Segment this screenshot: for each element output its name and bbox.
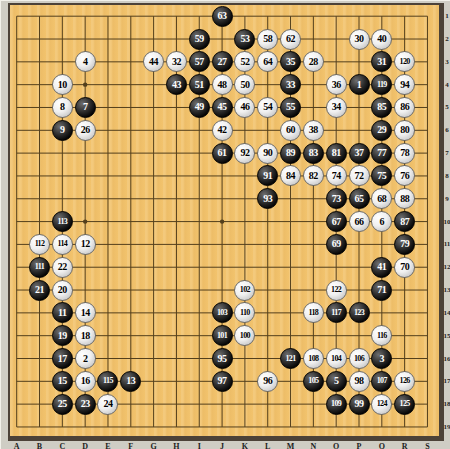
move-number: 40 (377, 34, 386, 44)
move-number: 86 (400, 102, 409, 112)
move-number: 95 (218, 353, 227, 363)
stone-74-white[interactable]: 74 (326, 165, 347, 186)
stone-80-white[interactable]: 80 (394, 120, 415, 141)
row-label-7: 7 (442, 149, 450, 157)
move-number: 114 (57, 240, 67, 248)
move-number: 108 (308, 354, 318, 362)
column-label-P: P (349, 442, 369, 449)
move-number: 35 (286, 56, 295, 66)
stone-70-white[interactable]: 70 (394, 257, 415, 278)
move-number: 72 (355, 170, 364, 180)
move-number: 126 (400, 377, 410, 385)
move-number: 42 (218, 125, 227, 135)
stone-29-black[interactable]: 29 (371, 120, 392, 141)
stone-62-white[interactable]: 62 (280, 29, 301, 50)
stone-19-black[interactable]: 19 (52, 325, 73, 346)
go-game-diagram: 1234567891011121314151617181920212223242… (0, 0, 450, 449)
move-number: 101 (217, 331, 227, 339)
column-label-D: D (75, 442, 95, 449)
column-label-H: H (166, 442, 186, 449)
column-label-I: I (189, 442, 209, 449)
move-number: 37 (355, 148, 364, 158)
move-number: 96 (263, 376, 272, 386)
move-number: 78 (400, 148, 409, 158)
move-number: 51 (195, 79, 204, 89)
move-number: 119 (377, 80, 387, 88)
stone-112-white[interactable]: 112 (29, 234, 50, 255)
row-label-18: 18 (442, 400, 450, 408)
row-label-8: 8 (442, 172, 450, 180)
stone-105-black[interactable]: 105 (303, 371, 324, 392)
move-number: 3 (380, 353, 385, 363)
stone-126-white[interactable]: 126 (394, 371, 415, 392)
move-number: 20 (58, 285, 67, 295)
move-number: 57 (195, 56, 204, 66)
stone-55-black[interactable]: 55 (280, 97, 301, 118)
move-number: 28 (309, 56, 318, 66)
stone-99-black[interactable]: 99 (349, 394, 370, 415)
move-number: 124 (377, 400, 387, 408)
stone-38-white[interactable]: 38 (303, 120, 324, 141)
move-number: 62 (286, 34, 295, 44)
move-number: 43 (172, 79, 181, 89)
row-label-13: 13 (442, 286, 450, 294)
move-number: 120 (400, 57, 410, 65)
stone-25-black[interactable]: 25 (52, 394, 73, 415)
stone-20-white[interactable]: 20 (52, 280, 73, 301)
stone-17-black[interactable]: 17 (52, 348, 73, 369)
move-number: 46 (240, 102, 249, 112)
stone-36-white[interactable]: 36 (326, 74, 347, 95)
move-number: 81 (332, 148, 341, 158)
column-label-M: M (281, 442, 301, 449)
stone-92-white[interactable]: 92 (234, 143, 255, 164)
move-number: 29 (377, 125, 386, 135)
move-number: 22 (58, 262, 67, 272)
stone-67-black[interactable]: 67 (326, 211, 347, 232)
stone-59-black[interactable]: 59 (189, 29, 210, 50)
move-number: 84 (286, 170, 295, 180)
stone-69-black[interactable]: 69 (326, 234, 347, 255)
stone-57-black[interactable]: 57 (189, 51, 210, 72)
stone-83-black[interactable]: 83 (303, 143, 324, 164)
move-number: 94 (400, 79, 409, 89)
stone-43-black[interactable]: 43 (166, 74, 187, 95)
column-label-A: A (7, 442, 27, 449)
move-number: 59 (195, 34, 204, 44)
stone-58-white[interactable]: 58 (257, 29, 278, 50)
column-label-B: B (30, 442, 50, 449)
stone-26-white[interactable]: 26 (75, 120, 96, 141)
row-label-17: 17 (442, 377, 450, 385)
move-number: 17 (58, 353, 67, 363)
move-number: 13 (126, 376, 135, 386)
move-number: 30 (355, 34, 364, 44)
stone-30-white[interactable]: 30 (349, 29, 370, 50)
stone-73-black[interactable]: 73 (326, 188, 347, 209)
move-number: 8 (60, 102, 65, 112)
stone-71-black[interactable]: 71 (371, 280, 392, 301)
stone-45-black[interactable]: 45 (212, 97, 233, 118)
move-number: 52 (240, 56, 249, 66)
move-number: 85 (377, 102, 386, 112)
stone-122-white[interactable]: 122 (326, 280, 347, 301)
move-number: 122 (331, 286, 341, 294)
stone-12-white[interactable]: 12 (75, 234, 96, 255)
move-number: 49 (195, 102, 204, 112)
stone-42-white[interactable]: 42 (212, 120, 233, 141)
move-number: 90 (263, 148, 272, 158)
stone-61-black[interactable]: 61 (212, 143, 233, 164)
move-number: 69 (332, 239, 341, 249)
stone-104-white[interactable]: 104 (326, 348, 347, 369)
move-number: 80 (400, 125, 409, 135)
column-label-E: E (98, 442, 118, 449)
stone-51-black[interactable]: 51 (189, 74, 210, 95)
move-number: 118 (308, 308, 318, 316)
stone-4-white[interactable]: 4 (75, 51, 96, 72)
move-number: 36 (332, 79, 341, 89)
move-number: 12 (81, 239, 90, 249)
stone-96-white[interactable]: 96 (257, 371, 278, 392)
stone-41-black[interactable]: 41 (371, 257, 392, 278)
move-number: 9 (60, 125, 65, 135)
move-number: 15 (58, 376, 67, 386)
stone-97-black[interactable]: 97 (212, 371, 233, 392)
move-number: 5 (334, 376, 339, 386)
stone-16-white[interactable]: 16 (75, 371, 96, 392)
move-number: 83 (309, 148, 318, 158)
stone-27-black[interactable]: 27 (212, 51, 233, 72)
stone-60-white[interactable]: 60 (280, 120, 301, 141)
move-number: 73 (332, 193, 341, 203)
move-number: 121 (285, 354, 295, 362)
move-number: 68 (377, 193, 386, 203)
column-label-N: N (303, 442, 323, 449)
move-number: 41 (377, 262, 386, 272)
move-number: 2 (83, 353, 88, 363)
stone-48-white[interactable]: 48 (212, 74, 233, 95)
move-number: 31 (377, 56, 386, 66)
move-number: 10 (58, 79, 67, 89)
stone-1-black[interactable]: 1 (349, 74, 370, 95)
move-number: 32 (172, 56, 181, 66)
move-number: 97 (218, 376, 227, 386)
stone-106-white[interactable]: 106 (349, 348, 370, 369)
move-number: 48 (218, 79, 227, 89)
stone-2-white[interactable]: 2 (75, 348, 96, 369)
star-point (83, 82, 87, 86)
move-number: 116 (377, 331, 387, 339)
move-number: 25 (58, 399, 67, 409)
move-number: 58 (263, 34, 272, 44)
stone-117-black[interactable]: 117 (326, 302, 347, 323)
move-number: 98 (355, 376, 364, 386)
stone-7-black[interactable]: 7 (75, 97, 96, 118)
stone-63-black[interactable]: 63 (212, 6, 233, 27)
move-number: 93 (263, 193, 272, 203)
move-number: 91 (263, 170, 272, 180)
column-label-C: C (52, 442, 72, 449)
stone-24-white[interactable]: 24 (97, 394, 118, 415)
move-number: 106 (354, 354, 364, 362)
stone-53-black[interactable]: 53 (234, 29, 255, 50)
row-label-16: 16 (442, 355, 450, 363)
stone-89-black[interactable]: 89 (280, 143, 301, 164)
stone-114-white[interactable]: 114 (52, 234, 73, 255)
move-number: 75 (377, 170, 386, 180)
move-number: 66 (355, 216, 364, 226)
move-number: 99 (355, 399, 364, 409)
move-number: 89 (286, 148, 295, 158)
move-number: 100 (240, 331, 250, 339)
row-label-9: 9 (442, 195, 450, 203)
row-label-14: 14 (442, 309, 450, 317)
move-number: 11 (58, 307, 66, 317)
move-number: 88 (400, 193, 409, 203)
stone-37-black[interactable]: 37 (349, 143, 370, 164)
move-number: 44 (149, 56, 158, 66)
stone-18-white[interactable]: 18 (75, 325, 96, 346)
move-number: 16 (81, 376, 90, 386)
stone-5-black[interactable]: 5 (326, 371, 347, 392)
stone-95-black[interactable]: 95 (212, 348, 233, 369)
row-label-1: 1 (442, 12, 450, 20)
stone-125-black[interactable]: 125 (394, 394, 415, 415)
move-number: 7 (83, 102, 88, 112)
row-label-5: 5 (442, 103, 450, 111)
move-number: 26 (81, 125, 90, 135)
stone-90-white[interactable]: 90 (257, 143, 278, 164)
move-number: 123 (354, 308, 364, 316)
move-number: 65 (355, 193, 364, 203)
row-label-4: 4 (442, 81, 450, 89)
stone-8-white[interactable]: 8 (52, 97, 73, 118)
star-point (83, 219, 87, 223)
move-number: 76 (400, 170, 409, 180)
move-number: 34 (332, 102, 341, 112)
stone-102-white[interactable]: 102 (234, 280, 255, 301)
stone-109-black[interactable]: 109 (326, 394, 347, 415)
stone-79-black[interactable]: 79 (394, 234, 415, 255)
stone-121-black[interactable]: 121 (280, 348, 301, 369)
stone-40-white[interactable]: 40 (371, 29, 392, 50)
column-label-S: S (417, 442, 437, 449)
move-number: 33 (286, 79, 295, 89)
stone-10-white[interactable]: 10 (52, 74, 73, 95)
move-number: 60 (286, 125, 295, 135)
stone-111-black[interactable]: 111 (29, 257, 50, 278)
stone-101-black[interactable]: 101 (212, 325, 233, 346)
column-label-R: R (395, 442, 415, 449)
stone-23-black[interactable]: 23 (75, 394, 96, 415)
stone-108-white[interactable]: 108 (303, 348, 324, 369)
move-number: 117 (331, 308, 341, 316)
stone-103-black[interactable]: 103 (212, 302, 233, 323)
stone-77-black[interactable]: 77 (371, 143, 392, 164)
stone-13-black[interactable]: 13 (120, 371, 141, 392)
move-number: 87 (400, 216, 409, 226)
row-label-10: 10 (442, 218, 450, 226)
move-number: 21 (35, 285, 44, 295)
move-number: 110 (240, 308, 250, 316)
stone-9-black[interactable]: 9 (52, 120, 73, 141)
row-label-2: 2 (442, 35, 450, 43)
stone-78-white[interactable]: 78 (394, 143, 415, 164)
move-number: 50 (240, 79, 249, 89)
move-number: 112 (35, 240, 45, 248)
move-number: 4 (83, 56, 88, 66)
move-number: 63 (218, 11, 227, 21)
stone-66-white[interactable]: 66 (349, 211, 370, 232)
move-number: 67 (332, 216, 341, 226)
move-number: 64 (263, 56, 272, 66)
row-label-3: 3 (442, 58, 450, 66)
move-number: 115 (103, 377, 113, 385)
stone-22-white[interactable]: 22 (52, 257, 73, 278)
move-number: 19 (58, 330, 67, 340)
stone-98-white[interactable]: 98 (349, 371, 370, 392)
move-number: 61 (218, 148, 227, 158)
column-label-Q: Q (372, 442, 392, 449)
stone-21-black[interactable]: 21 (29, 280, 50, 301)
move-number: 18 (81, 330, 90, 340)
move-number: 55 (286, 102, 295, 112)
stone-14-white[interactable]: 14 (75, 302, 96, 323)
stone-123-black[interactable]: 123 (349, 302, 370, 323)
stone-72-white[interactable]: 72 (349, 165, 370, 186)
stone-65-black[interactable]: 65 (349, 188, 370, 209)
move-number: 6 (380, 216, 385, 226)
move-number: 77 (377, 148, 386, 158)
move-number: 53 (240, 34, 249, 44)
stone-86-white[interactable]: 86 (394, 97, 415, 118)
move-number: 74 (332, 170, 341, 180)
stone-124-white[interactable]: 124 (371, 394, 392, 415)
column-label-L: L (258, 442, 278, 449)
move-number: 125 (400, 400, 410, 408)
row-label-6: 6 (442, 126, 450, 134)
column-label-F: F (121, 442, 141, 449)
stone-113-black[interactable]: 113 (52, 211, 73, 232)
row-label-15: 15 (442, 332, 450, 340)
move-number: 92 (240, 148, 249, 158)
row-label-19: 19 (442, 423, 450, 431)
move-number: 105 (308, 377, 318, 385)
move-number: 27 (218, 56, 227, 66)
stone-15-black[interactable]: 15 (52, 371, 73, 392)
move-number: 23 (81, 399, 90, 409)
move-number: 104 (331, 354, 341, 362)
move-number: 111 (35, 263, 44, 271)
move-number: 54 (263, 102, 272, 112)
move-number: 82 (309, 170, 318, 180)
column-label-G: G (144, 442, 164, 449)
star-point (220, 219, 224, 223)
move-number: 45 (218, 102, 227, 112)
move-number: 79 (400, 239, 409, 249)
move-number: 107 (377, 377, 387, 385)
move-number: 1 (357, 79, 362, 89)
move-number: 70 (400, 262, 409, 272)
move-number: 109 (331, 400, 341, 408)
stone-81-black[interactable]: 81 (326, 143, 347, 164)
move-number: 24 (103, 399, 112, 409)
column-label-O: O (326, 442, 346, 449)
column-label-J: J (212, 442, 232, 449)
move-number: 38 (309, 125, 318, 135)
move-number: 102 (240, 286, 250, 294)
move-number: 103 (217, 308, 227, 316)
column-label-K: K (235, 442, 255, 449)
row-label-12: 12 (442, 263, 450, 271)
move-number: 14 (81, 307, 90, 317)
move-number: 113 (57, 217, 67, 225)
move-number: 71 (377, 285, 386, 295)
row-label-11: 11 (442, 240, 450, 248)
stone-49-black[interactable]: 49 (189, 97, 210, 118)
stone-34-white[interactable]: 34 (326, 97, 347, 118)
stone-107-black[interactable]: 107 (371, 371, 392, 392)
